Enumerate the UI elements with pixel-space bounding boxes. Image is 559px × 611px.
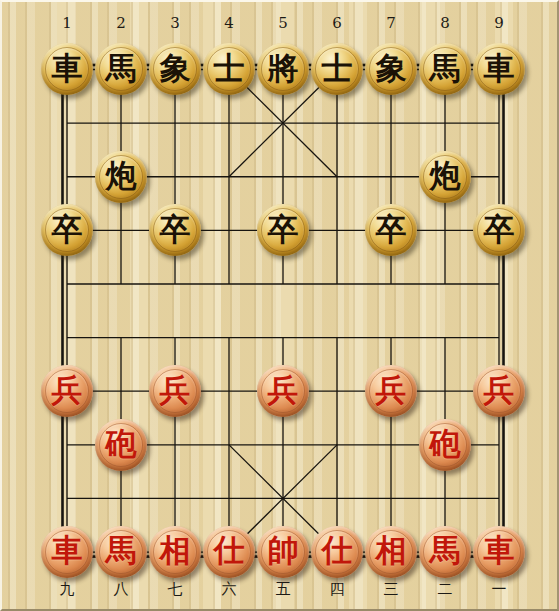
piece-black-soldier[interactable]: 卒 xyxy=(149,204,201,256)
intersection-7-1[interactable]: 象 xyxy=(364,43,418,97)
intersection-8-1[interactable]: 馬 xyxy=(418,43,472,97)
intersection-1-1[interactable]: 車 xyxy=(40,43,94,97)
piece-glyph: 車 xyxy=(52,53,83,84)
file-label: 二 xyxy=(438,582,453,597)
intersection-6-10[interactable]: 仕 xyxy=(310,525,364,579)
piece-glyph: 炮 xyxy=(430,160,461,191)
piece-red-soldier[interactable]: 兵 xyxy=(257,365,309,417)
piece-red-elephant[interactable]: 相 xyxy=(365,526,417,578)
intersection-4-7[interactable] xyxy=(202,364,256,418)
intersection-7-7[interactable]: 兵 xyxy=(364,364,418,418)
piece-black-soldier[interactable]: 卒 xyxy=(473,204,525,256)
intersection-3-7[interactable]: 兵 xyxy=(148,364,202,418)
piece-glyph: 卒 xyxy=(268,214,299,245)
intersection-7-3[interactable] xyxy=(364,150,418,204)
intersection-9-9[interactable] xyxy=(472,472,526,526)
intersection-2-10[interactable]: 馬 xyxy=(94,525,148,579)
intersection-4-5[interactable] xyxy=(202,257,256,311)
intersection-7-6[interactable] xyxy=(364,311,418,365)
intersection-3-2[interactable] xyxy=(148,96,202,150)
piece-red-soldier[interactable]: 兵 xyxy=(365,365,417,417)
piece-glyph: 卒 xyxy=(484,214,515,245)
piece-glyph: 車 xyxy=(52,535,83,566)
intersection-5-10[interactable]: 帥 xyxy=(256,525,310,579)
intersection-6-5[interactable] xyxy=(310,257,364,311)
file-labels-top: 123456789 xyxy=(40,9,526,37)
piece-glyph: 仕 xyxy=(322,535,353,566)
piece-glyph: 兵 xyxy=(268,375,299,406)
piece-black-cannon[interactable]: 炮 xyxy=(419,151,471,203)
piece-red-horse[interactable]: 馬 xyxy=(419,526,471,578)
piece-glyph: 兵 xyxy=(484,375,515,406)
intersection-1-5[interactable] xyxy=(40,257,94,311)
intersection-3-4[interactable]: 卒 xyxy=(148,204,202,258)
intersection-9-1[interactable]: 車 xyxy=(472,43,526,97)
file-label: 五 xyxy=(276,582,291,597)
file-label: 8 xyxy=(440,16,450,31)
piece-black-chariot[interactable]: 車 xyxy=(41,43,93,95)
intersection-6-3[interactable] xyxy=(310,150,364,204)
piece-glyph: 象 xyxy=(376,53,407,84)
piece-red-cannon[interactable]: 砲 xyxy=(419,419,471,471)
intersection-4-6[interactable] xyxy=(202,311,256,365)
intersection-4-8[interactable] xyxy=(202,418,256,472)
intersection-5-2[interactable] xyxy=(256,96,310,150)
piece-black-elephant[interactable]: 象 xyxy=(149,43,201,95)
intersection-5-5[interactable] xyxy=(256,257,310,311)
intersection-1-2[interactable] xyxy=(40,96,94,150)
piece-glyph: 帥 xyxy=(268,535,299,566)
file-label: 7 xyxy=(386,16,396,31)
intersection-9-8[interactable] xyxy=(472,418,526,472)
intersection-6-6[interactable] xyxy=(310,311,364,365)
intersection-1-6[interactable] xyxy=(40,311,94,365)
piece-glyph: 砲 xyxy=(430,428,461,459)
piece-red-soldier[interactable]: 兵 xyxy=(149,365,201,417)
piece-glyph: 卒 xyxy=(52,214,83,245)
piece-glyph: 將 xyxy=(268,53,299,84)
intersection-3-10[interactable]: 相 xyxy=(148,525,202,579)
piece-red-chariot[interactable]: 車 xyxy=(41,526,93,578)
intersection-8-3[interactable]: 炮 xyxy=(418,150,472,204)
intersection-2-2[interactable] xyxy=(94,96,148,150)
file-label: 三 xyxy=(384,582,399,597)
piece-glyph: 馬 xyxy=(106,53,137,84)
intersection-5-8[interactable] xyxy=(256,418,310,472)
intersection-4-4[interactable] xyxy=(202,204,256,258)
intersection-8-9[interactable] xyxy=(418,472,472,526)
intersection-7-8[interactable] xyxy=(364,418,418,472)
intersection-5-7[interactable]: 兵 xyxy=(256,364,310,418)
intersection-1-8[interactable] xyxy=(40,418,94,472)
intersection-8-5[interactable] xyxy=(418,257,472,311)
piece-glyph: 馬 xyxy=(106,535,137,566)
intersection-3-5[interactable] xyxy=(148,257,202,311)
intersection-6-4[interactable] xyxy=(310,204,364,258)
intersection-3-3[interactable] xyxy=(148,150,202,204)
piece-glyph: 車 xyxy=(484,53,515,84)
intersection-3-9[interactable] xyxy=(148,472,202,526)
piece-black-general[interactable]: 將 xyxy=(257,43,309,95)
intersection-2-3[interactable]: 炮 xyxy=(94,150,148,204)
intersection-grid: 車馬象士將士象馬車炮炮卒卒卒卒卒兵兵兵兵兵砲砲車馬相仕帥仕相馬車 xyxy=(40,43,526,579)
intersection-2-9[interactable] xyxy=(94,472,148,526)
piece-glyph: 象 xyxy=(160,53,191,84)
piece-black-elephant[interactable]: 象 xyxy=(365,43,417,95)
piece-glyph: 士 xyxy=(322,53,353,84)
intersection-7-10[interactable]: 相 xyxy=(364,525,418,579)
file-label: 6 xyxy=(332,16,342,31)
intersection-7-4[interactable]: 卒 xyxy=(364,204,418,258)
intersection-1-4[interactable]: 卒 xyxy=(40,204,94,258)
piece-black-soldier[interactable]: 卒 xyxy=(365,204,417,256)
intersection-8-2[interactable] xyxy=(418,96,472,150)
piece-red-soldier[interactable]: 兵 xyxy=(473,365,525,417)
intersection-6-7[interactable] xyxy=(310,364,364,418)
piece-red-general[interactable]: 帥 xyxy=(257,526,309,578)
file-label: 四 xyxy=(330,582,345,597)
intersection-1-10[interactable]: 車 xyxy=(40,525,94,579)
intersection-4-9[interactable] xyxy=(202,472,256,526)
intersection-6-2[interactable] xyxy=(310,96,364,150)
piece-black-advisor[interactable]: 士 xyxy=(311,43,363,95)
file-label: 六 xyxy=(222,582,237,597)
file-label: 1 xyxy=(62,16,72,31)
piece-red-elephant[interactable]: 相 xyxy=(149,526,201,578)
file-label: 5 xyxy=(278,16,288,31)
piece-black-cannon[interactable]: 炮 xyxy=(95,151,147,203)
intersection-3-8[interactable] xyxy=(148,418,202,472)
file-label: 一 xyxy=(492,582,507,597)
intersection-5-1[interactable]: 將 xyxy=(256,43,310,97)
piece-red-advisor[interactable]: 仕 xyxy=(203,526,255,578)
piece-black-soldier[interactable]: 卒 xyxy=(257,204,309,256)
piece-black-soldier[interactable]: 卒 xyxy=(41,204,93,256)
xiangqi-board: 123456789 車馬象士將士象馬車炮炮卒卒卒卒卒兵兵兵兵兵砲砲車馬相仕帥仕相… xyxy=(2,2,557,609)
intersection-2-4[interactable] xyxy=(94,204,148,258)
intersection-8-10[interactable]: 馬 xyxy=(418,525,472,579)
piece-glyph: 砲 xyxy=(106,428,137,459)
piece-black-horse[interactable]: 馬 xyxy=(95,43,147,95)
intersection-9-10[interactable]: 車 xyxy=(472,525,526,579)
piece-red-horse[interactable]: 馬 xyxy=(95,526,147,578)
intersection-2-6[interactable] xyxy=(94,311,148,365)
intersection-6-9[interactable] xyxy=(310,472,364,526)
intersection-2-1[interactable]: 馬 xyxy=(94,43,148,97)
intersection-7-2[interactable] xyxy=(364,96,418,150)
intersection-9-5[interactable] xyxy=(472,257,526,311)
piece-glyph: 仕 xyxy=(214,535,245,566)
intersection-5-3[interactable] xyxy=(256,150,310,204)
intersection-5-9[interactable] xyxy=(256,472,310,526)
file-labels-bottom: 九八七六五四三二一 xyxy=(40,576,526,602)
intersection-9-3[interactable] xyxy=(472,150,526,204)
piece-glyph: 相 xyxy=(160,535,191,566)
file-label: 九 xyxy=(60,582,75,597)
piece-glyph: 卒 xyxy=(160,214,191,245)
piece-glyph: 馬 xyxy=(430,535,461,566)
file-label: 4 xyxy=(224,16,234,31)
intersection-3-1[interactable]: 象 xyxy=(148,43,202,97)
piece-glyph: 相 xyxy=(376,535,407,566)
intersection-9-6[interactable] xyxy=(472,311,526,365)
file-label: 2 xyxy=(116,16,126,31)
intersection-9-7[interactable]: 兵 xyxy=(472,364,526,418)
file-label: 七 xyxy=(168,582,183,597)
piece-glyph: 兵 xyxy=(52,375,83,406)
intersection-5-4[interactable]: 卒 xyxy=(256,204,310,258)
intersection-8-4[interactable] xyxy=(418,204,472,258)
piece-glyph: 卒 xyxy=(376,214,407,245)
piece-red-cannon[interactable]: 砲 xyxy=(95,419,147,471)
intersection-8-6[interactable] xyxy=(418,311,472,365)
piece-glyph: 兵 xyxy=(376,375,407,406)
piece-glyph: 兵 xyxy=(160,375,191,406)
intersection-2-5[interactable] xyxy=(94,257,148,311)
intersection-7-5[interactable] xyxy=(364,257,418,311)
piece-glyph: 馬 xyxy=(430,53,461,84)
intersection-1-7[interactable]: 兵 xyxy=(40,364,94,418)
intersection-9-4[interactable]: 卒 xyxy=(472,204,526,258)
intersection-6-1[interactable]: 士 xyxy=(310,43,364,97)
intersection-8-8[interactable]: 砲 xyxy=(418,418,472,472)
intersection-4-3[interactable] xyxy=(202,150,256,204)
intersection-3-6[interactable] xyxy=(148,311,202,365)
piece-red-soldier[interactable]: 兵 xyxy=(41,365,93,417)
file-label: 八 xyxy=(114,582,129,597)
file-label: 9 xyxy=(494,16,504,31)
intersection-1-3[interactable] xyxy=(40,150,94,204)
piece-black-advisor[interactable]: 士 xyxy=(203,43,255,95)
piece-red-advisor[interactable]: 仕 xyxy=(311,526,363,578)
xiangqi-window: 123456789 車馬象士將士象馬車炮炮卒卒卒卒卒兵兵兵兵兵砲砲車馬相仕帥仕相… xyxy=(0,0,559,611)
intersection-7-9[interactable] xyxy=(364,472,418,526)
piece-glyph: 車 xyxy=(484,535,515,566)
intersection-4-2[interactable] xyxy=(202,96,256,150)
intersection-1-9[interactable] xyxy=(40,472,94,526)
file-label: 3 xyxy=(170,16,180,31)
piece-red-chariot[interactable]: 車 xyxy=(473,526,525,578)
intersection-9-2[interactable] xyxy=(472,96,526,150)
piece-black-horse[interactable]: 馬 xyxy=(419,43,471,95)
piece-glyph: 炮 xyxy=(106,160,137,191)
intersection-8-7[interactable] xyxy=(418,364,472,418)
intersection-5-6[interactable] xyxy=(256,311,310,365)
piece-black-chariot[interactable]: 車 xyxy=(473,43,525,95)
intersection-2-7[interactable] xyxy=(94,364,148,418)
intersection-2-8[interactable]: 砲 xyxy=(94,418,148,472)
intersection-4-1[interactable]: 士 xyxy=(202,43,256,97)
piece-glyph: 士 xyxy=(214,53,245,84)
intersection-4-10[interactable]: 仕 xyxy=(202,525,256,579)
intersection-6-8[interactable] xyxy=(310,418,364,472)
